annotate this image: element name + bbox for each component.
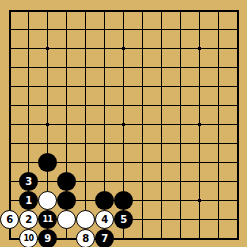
- grid-line-vertical: [142, 10, 143, 240]
- white-stone-move-2: 2: [19, 210, 38, 229]
- move-number-label: 10: [23, 235, 33, 243]
- black-stone-move-9: 9: [38, 229, 57, 247]
- white-stone-move-4: 4: [95, 210, 114, 229]
- star-point: [46, 123, 49, 126]
- move-number-label: 4: [101, 215, 107, 225]
- move-number-label: 9: [44, 234, 50, 244]
- black-stone: [57, 191, 76, 210]
- move-number-label: 7: [101, 234, 107, 244]
- move-number-label: 2: [25, 215, 31, 225]
- star-point: [198, 47, 201, 50]
- black-stone-move-3: 3: [19, 172, 38, 191]
- black-stone-move-5: 5: [114, 210, 133, 229]
- white-stone-move-8: 8: [76, 229, 95, 247]
- white-stone: [57, 210, 76, 229]
- grid-line-vertical: [161, 10, 162, 240]
- white-stone-move-6: 6: [0, 210, 19, 229]
- go-board: 3162114510987: [0, 0, 247, 247]
- black-stone-move-1: 1: [19, 191, 38, 210]
- star-point: [122, 47, 125, 50]
- black-stone: [38, 153, 57, 172]
- move-number-label: 11: [42, 216, 52, 224]
- move-number-label: 6: [6, 215, 12, 225]
- black-stone: [114, 191, 133, 210]
- grid-line-vertical: [218, 10, 219, 240]
- white-stone: [76, 210, 95, 229]
- white-stone-move-10: 10: [19, 229, 38, 247]
- grid-line-horizontal: [9, 143, 239, 144]
- grid-line-vertical: [180, 10, 181, 240]
- black-stone: [95, 191, 114, 210]
- move-number-label: 5: [120, 215, 126, 225]
- star-point: [46, 47, 49, 50]
- grid-line-horizontal: [9, 181, 239, 182]
- move-number-label: 1: [25, 196, 31, 206]
- star-point: [122, 123, 125, 126]
- move-number-label: 8: [82, 234, 88, 244]
- star-point: [198, 123, 201, 126]
- grid-line-vertical: [237, 10, 239, 240]
- black-stone: [57, 172, 76, 191]
- black-stone-move-7: 7: [95, 229, 114, 247]
- go-board-diagram: 3162114510987: [0, 0, 247, 247]
- black-stone-move-11: 11: [38, 210, 57, 229]
- move-number-label: 3: [25, 177, 31, 187]
- white-stone: [38, 191, 57, 210]
- star-point: [198, 199, 201, 202]
